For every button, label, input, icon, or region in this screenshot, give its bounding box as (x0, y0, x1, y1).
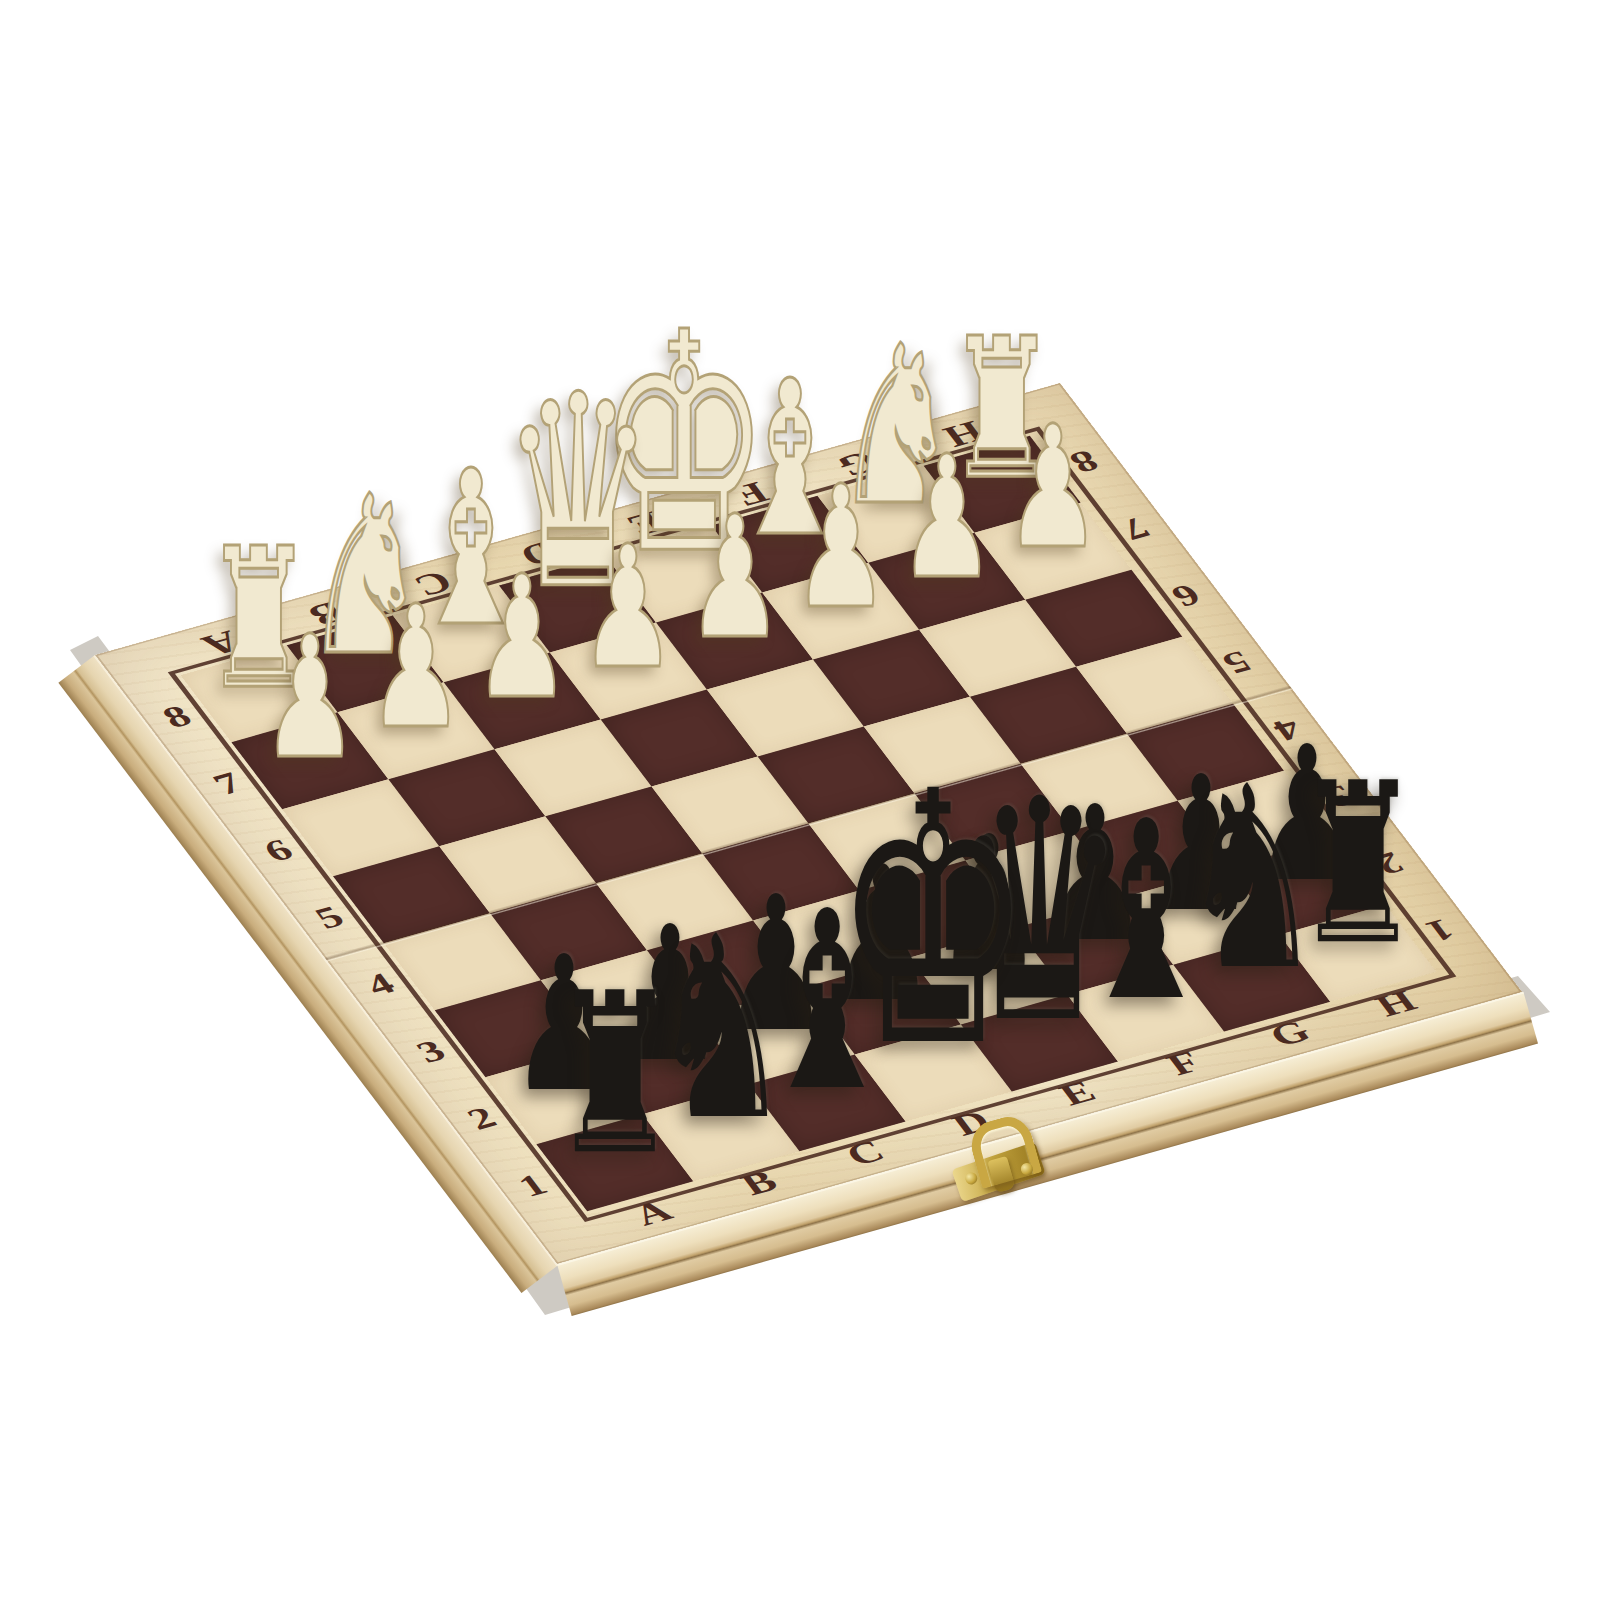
piece-white-pawn[interactable]: ♟ (368, 584, 465, 753)
piece-black-rook[interactable]: ♜ (551, 963, 678, 1185)
piece-white-pawn[interactable]: ♟ (686, 494, 783, 663)
piece-white-pawn[interactable]: ♟ (580, 524, 677, 693)
piece-white-pawn[interactable]: ♟ (474, 554, 571, 723)
piece-white-pawn[interactable]: ♟ (1005, 404, 1102, 573)
piece-white-pawn[interactable]: ♟ (261, 614, 358, 783)
piece-white-pawn[interactable]: ♟ (792, 464, 889, 633)
piece-white-pawn[interactable]: ♟ (898, 434, 995, 603)
pieces-layer: ♜♞♝♛♚♝♞♜♟♟♟♟♟♟♟♟♟♟♟♟♟♟♟♟♜♞♝♚♛♝♞♜ (0, 0, 1600, 1600)
chess-set-photo: 88AA77BB66CC55DD44EE33FF22GG11HH ♜♞♝♛♚♝♞… (0, 0, 1600, 1600)
